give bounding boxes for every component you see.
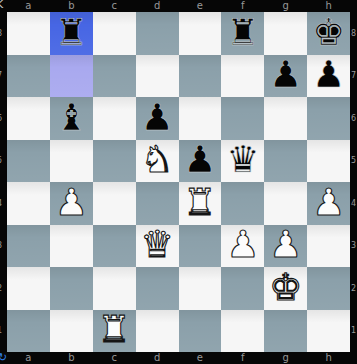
clipped-corner-glyph-icon[interactable]: K [0,0,3,11]
square-g6[interactable] [264,97,307,140]
square-f7[interactable] [221,55,264,98]
file-label-h: h [307,352,350,364]
square-e4[interactable]: ♜ [179,182,222,225]
square-f1[interactable] [221,310,264,353]
square-a4[interactable] [7,182,50,225]
file-label-a: a [7,352,50,364]
white-rook-c1[interactable]: ♜ [98,311,131,348]
black-rook-f8[interactable]: ♜ [226,14,259,51]
square-h4[interactable]: ♟ [307,182,350,225]
square-d1[interactable] [136,310,179,353]
white-king-g2[interactable]: ♚ [269,269,302,306]
rank-label-1: 1 [0,310,7,353]
square-e6[interactable] [179,97,222,140]
file-label-g: g [264,352,307,364]
square-d2[interactable] [136,267,179,310]
black-pawn-e5[interactable]: ♟ [183,141,216,178]
square-f4[interactable] [221,182,264,225]
square-d4[interactable] [136,182,179,225]
rank-label-3: 3 [350,225,357,268]
file-label-g: g [264,0,307,12]
square-c5[interactable] [93,140,136,183]
square-f5[interactable]: ♛ [221,140,264,183]
square-c2[interactable] [93,267,136,310]
rank-label-5: 5 [350,140,357,183]
square-f3[interactable]: ♟ [221,225,264,268]
black-bishop-b6[interactable]: ♝ [55,99,88,136]
square-e1[interactable] [179,310,222,353]
chess-app-window: K ↻ abcdefgh 87654321 87654321 abcdefgh … [0,0,357,364]
rank-label-8: 8 [0,12,7,55]
square-g5[interactable] [264,140,307,183]
square-a7[interactable] [7,55,50,98]
square-a6[interactable] [7,97,50,140]
square-a8[interactable] [7,12,50,55]
square-a3[interactable] [7,225,50,268]
square-c8[interactable] [93,12,136,55]
square-h7[interactable]: ♟ [307,55,350,98]
file-label-f: f [221,352,264,364]
square-g3[interactable]: ♟ [264,225,307,268]
rank-label-3: 3 [0,225,7,268]
file-label-c: c [93,352,136,364]
square-a1[interactable] [7,310,50,353]
black-pawn-d6[interactable]: ♟ [140,99,173,136]
white-pawn-f3[interactable]: ♟ [226,226,259,263]
square-e7[interactable] [179,55,222,98]
file-labels-bottom: abcdefgh [7,352,350,364]
square-b2[interactable] [50,267,93,310]
rank-label-2: 2 [350,267,357,310]
square-d7[interactable] [136,55,179,98]
square-c1[interactable]: ♜ [93,310,136,353]
square-g7[interactable]: ♟ [264,55,307,98]
square-b6[interactable]: ♝ [50,97,93,140]
square-c7[interactable] [93,55,136,98]
white-queen-d3[interactable]: ♛ [140,226,173,263]
black-pawn-h7[interactable]: ♟ [312,56,345,93]
square-b8[interactable]: ♜ [50,12,93,55]
file-label-e: e [179,0,222,12]
square-b3[interactable] [50,225,93,268]
square-c6[interactable] [93,97,136,140]
square-g2[interactable]: ♚ [264,267,307,310]
square-b5[interactable] [50,140,93,183]
square-d8[interactable] [136,12,179,55]
rank-label-2: 2 [0,267,7,310]
square-c4[interactable] [93,182,136,225]
black-pawn-g7[interactable]: ♟ [269,56,302,93]
rank-labels-left: 87654321 [0,12,7,352]
file-label-d: d [136,0,179,12]
square-e8[interactable] [179,12,222,55]
black-queen-f5[interactable]: ♛ [226,141,259,178]
rank-label-1: 1 [350,310,357,353]
file-label-a: a [7,0,50,12]
square-d6[interactable]: ♟ [136,97,179,140]
square-e5[interactable]: ♟ [179,140,222,183]
square-a5[interactable] [7,140,50,183]
rank-label-4: 4 [350,182,357,225]
rank-label-7: 7 [350,55,357,98]
file-label-d: d [136,352,179,364]
square-d3[interactable]: ♛ [136,225,179,268]
white-pawn-h4[interactable]: ♟ [312,184,345,221]
rank-label-4: 4 [0,182,7,225]
rank-label-5: 5 [0,140,7,183]
square-f2[interactable] [221,267,264,310]
square-b7[interactable] [50,55,93,98]
square-f6[interactable] [221,97,264,140]
white-knight-d5[interactable]: ♞ [140,141,173,178]
square-d5[interactable]: ♞ [136,140,179,183]
black-king-h8[interactable]: ♚ [312,14,345,51]
rank-label-7: 7 [0,55,7,98]
square-g8[interactable] [264,12,307,55]
square-h8[interactable]: ♚ [307,12,350,55]
square-h3[interactable] [307,225,350,268]
square-e3[interactable] [179,225,222,268]
square-g1[interactable] [264,310,307,353]
rank-label-6: 6 [0,97,7,140]
rank-labels-right: 87654321 [350,12,357,352]
chess-board: ♜♜♚♟♟♝♟♞♟♛♟♜♟♛♟♟♚♜ [7,12,350,352]
square-c3[interactable] [93,225,136,268]
file-label-c: c [93,0,136,12]
white-rook-e4[interactable]: ♜ [183,184,216,221]
rank-label-8: 8 [350,12,357,55]
square-a2[interactable] [7,267,50,310]
rank-label-6: 6 [350,97,357,140]
white-pawn-g3[interactable]: ♟ [269,226,302,263]
square-h2[interactable] [307,267,350,310]
file-label-e: e [179,352,222,364]
white-pawn-b4[interactable]: ♟ [55,184,88,221]
square-h5[interactable] [307,140,350,183]
file-label-b: b [50,352,93,364]
square-h1[interactable] [307,310,350,353]
square-h6[interactable] [307,97,350,140]
black-rook-b8[interactable]: ♜ [55,14,88,51]
square-b1[interactable] [50,310,93,353]
square-e2[interactable] [179,267,222,310]
square-g4[interactable] [264,182,307,225]
square-f8[interactable]: ♜ [221,12,264,55]
square-b4[interactable]: ♟ [50,182,93,225]
